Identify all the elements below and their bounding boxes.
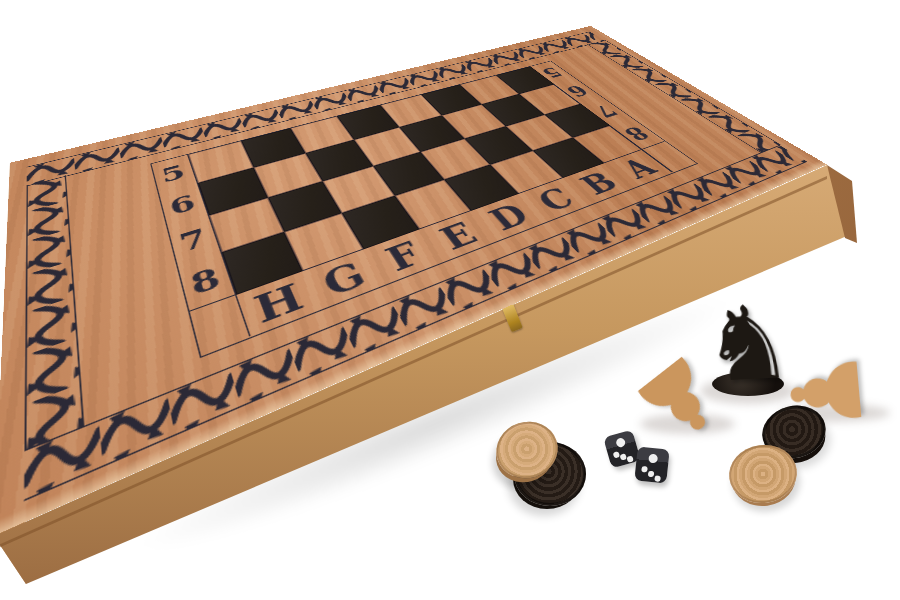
black-die-2 [634,446,669,483]
ornament-border-left [24,175,84,450]
photo-chess-backgammon-set: { "game": "chess (combination chess/back… [0,0,900,600]
